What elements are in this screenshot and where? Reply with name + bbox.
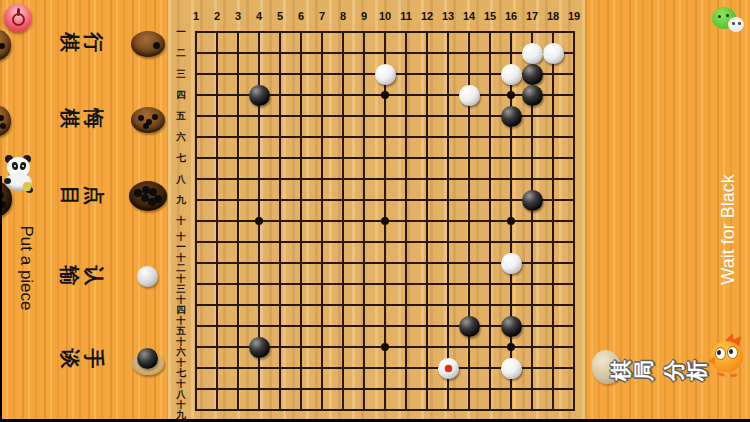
row-label: 十一 — [175, 232, 187, 251]
white-stone — [375, 64, 396, 85]
bowl-full-of-stones-icon — [129, 181, 167, 211]
row-label: 十五 — [175, 316, 187, 335]
bowl-one-stone-icon — [131, 31, 165, 57]
column-label: 3 — [235, 10, 241, 22]
row-label: 九 — [175, 195, 187, 205]
row-label: 十七 — [175, 358, 187, 377]
column-label: 7 — [319, 10, 325, 22]
grid-line — [195, 241, 575, 243]
column-label: 12 — [421, 10, 433, 22]
column-label: 13 — [442, 10, 454, 22]
white-stone — [501, 358, 522, 379]
menu-button-handtalk[interactable]: 谈手 — [56, 347, 106, 373]
row-label: 七 — [175, 153, 187, 163]
bowl-few-stones-icon — [131, 107, 165, 133]
star-point — [507, 343, 515, 351]
grid-line — [195, 199, 575, 201]
star-point — [255, 217, 263, 225]
white-stone-icon — [137, 266, 158, 287]
row-label: 五 — [175, 111, 187, 121]
go-board[interactable]: 12345678910111213141516171819一二三四五六七八九十十… — [168, 0, 585, 422]
status-text-right: Wait for Black — [718, 144, 739, 316]
panda-mascot-icon — [2, 156, 38, 196]
column-label: 8 — [340, 10, 346, 22]
grid-line — [195, 409, 575, 411]
row-label: 十六 — [175, 337, 187, 356]
analysis-bubble-button[interactable]: 棋局分析 — [608, 352, 708, 388]
star-point — [381, 91, 389, 99]
white-stone — [459, 85, 480, 106]
black-stone — [501, 316, 522, 337]
row-label: 十九 — [175, 400, 187, 419]
grid-line — [195, 178, 575, 180]
menu-button-resign-label: 输认 — [56, 264, 106, 287]
chick-mascot-icon[interactable] — [708, 335, 748, 379]
white-stone — [522, 43, 543, 64]
column-label: 4 — [256, 10, 262, 22]
grid-line — [195, 52, 575, 54]
column-label: 5 — [277, 10, 283, 22]
grid-line — [195, 157, 575, 159]
white-stone — [543, 43, 564, 64]
column-label: 19 — [568, 10, 580, 22]
black-stone-icon — [137, 348, 158, 369]
menu-button-handtalk-label: 谈手 — [56, 347, 106, 370]
grid-line — [195, 388, 575, 390]
menu-button-move[interactable]: 棋行 — [56, 31, 106, 57]
menu-button-count[interactable]: 目点 — [56, 184, 106, 210]
black-stone — [249, 337, 270, 358]
column-label: 15 — [484, 10, 496, 22]
column-label: 2 — [214, 10, 220, 22]
column-label: 6 — [298, 10, 304, 22]
grid-line — [195, 31, 575, 33]
column-label: 17 — [526, 10, 538, 22]
white-stone — [501, 253, 522, 274]
column-label: 11 — [400, 10, 412, 22]
menu-button-undo-label: 棋悔 — [56, 107, 106, 130]
edge-bowl-icon — [0, 106, 11, 136]
black-stone — [459, 316, 480, 337]
column-label: 1 — [193, 10, 199, 22]
screen-edge-bar — [0, 176, 2, 422]
grid-line — [195, 283, 575, 285]
star-point — [381, 217, 389, 225]
power-button[interactable] — [4, 4, 32, 32]
black-stone — [522, 190, 543, 211]
star-point — [507, 217, 515, 225]
star-point — [381, 343, 389, 351]
row-label: 二 — [175, 48, 187, 58]
black-stone — [501, 106, 522, 127]
row-label: 一 — [175, 27, 187, 37]
star-point — [507, 91, 515, 99]
row-label: 十八 — [175, 379, 187, 398]
row-label: 十三 — [175, 274, 187, 293]
status-text-left: Put a piece — [16, 212, 36, 324]
column-label: 18 — [547, 10, 559, 22]
row-label: 三 — [175, 69, 187, 79]
black-stone — [522, 85, 543, 106]
edge-bowl-icon — [0, 30, 11, 60]
black-stone — [249, 85, 270, 106]
column-label: 10 — [379, 10, 391, 22]
column-label: 16 — [505, 10, 517, 22]
left-menu-panel: 棋行 棋悔 目点 输认 谈手 — [0, 0, 168, 422]
app-screen: { "game": "go", "board": { "size": 19, "… — [0, 0, 750, 422]
row-label: 八 — [175, 174, 187, 184]
menu-button-undo[interactable]: 棋悔 — [56, 107, 106, 133]
menu-button-move-label: 棋行 — [56, 31, 106, 54]
menu-button-count-label: 目点 — [56, 184, 106, 207]
wechat-share-icon[interactable] — [712, 7, 746, 35]
row-label: 六 — [175, 132, 187, 142]
grid-line — [195, 136, 575, 138]
white-stone — [501, 64, 522, 85]
row-label: 十四 — [175, 295, 187, 314]
column-label: 14 — [463, 10, 475, 22]
row-label: 十二 — [175, 253, 187, 272]
black-stone — [522, 64, 543, 85]
grid-line — [195, 304, 575, 306]
menu-button-resign[interactable]: 输认 — [56, 264, 106, 290]
column-label: 9 — [361, 10, 367, 22]
row-label: 十 — [175, 216, 187, 226]
row-label: 四 — [175, 90, 187, 100]
last-move-marker — [445, 365, 452, 372]
